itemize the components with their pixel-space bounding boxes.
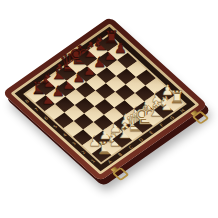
black-pawn[interactable]: ♟ [105,41,135,55]
chess-set-photo: 87654321 ABCDEFGH ♜♞♝♛♚♝♞♜♟♟♟♟♟♟♟♟♟♟♟♟♟♟… [0,0,218,218]
coordinate-strip: 87654321 ABCDEFGH ♜♞♝♛♚♝♞♜♟♟♟♟♟♟♟♟♟♟♟♟♟♟… [15,27,196,172]
board-grid[interactable]: ♜♞♝♛♚♝♞♜♟♟♟♟♟♟♟♟♟♟♟♟♟♟♟♟♜♞♝♛♚♝♞♜ [26,36,184,162]
board-frame: 87654321 ABCDEFGH ♜♞♝♛♚♝♞♜♟♟♟♟♟♟♟♟♟♟♟♟♟♟… [2,17,208,182]
chess-board: 87654321 ABCDEFGH ♜♞♝♛♚♝♞♜♟♟♟♟♟♟♟♟♟♟♟♟♟♟… [2,17,208,182]
white-rook[interactable]: ♜ [162,89,192,106]
brass-latch-left [109,165,128,181]
brass-latch-right [189,109,208,125]
